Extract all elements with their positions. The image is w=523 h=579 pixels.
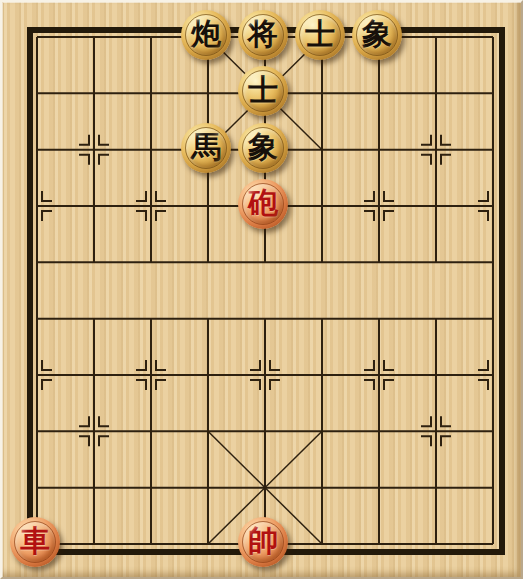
- piece-glyph: 帥: [248, 526, 278, 556]
- piece-red-general[interactable]: 帥: [238, 517, 288, 567]
- piece-glyph: 象: [362, 19, 392, 49]
- piece-black-horse[interactable]: 馬: [181, 123, 231, 173]
- piece-red-chariot[interactable]: 車: [10, 517, 60, 567]
- piece-black-elephant[interactable]: 象: [238, 123, 288, 173]
- piece-black-cannon[interactable]: 炮: [181, 10, 231, 60]
- piece-glyph: 士: [248, 75, 278, 105]
- piece-glyph: 炮: [191, 19, 221, 49]
- piece-black-general[interactable]: 将: [238, 10, 288, 60]
- xiangqi-app-window: 炮将士象士馬象砲車帥: [0, 0, 523, 579]
- piece-glyph: 車: [20, 526, 50, 556]
- piece-glyph: 士: [305, 19, 335, 49]
- xiangqi-board: 炮将士象士馬象砲車帥: [9, 9, 522, 572]
- piece-red-cannon[interactable]: 砲: [238, 179, 288, 229]
- piece-black-elephant[interactable]: 象: [352, 10, 402, 60]
- piece-black-advisor[interactable]: 士: [295, 10, 345, 60]
- piece-glyph: 馬: [191, 132, 221, 162]
- piece-glyph: 将: [248, 19, 278, 49]
- piece-glyph: 砲: [248, 188, 278, 218]
- piece-black-advisor[interactable]: 士: [238, 66, 288, 116]
- piece-glyph: 象: [248, 132, 278, 162]
